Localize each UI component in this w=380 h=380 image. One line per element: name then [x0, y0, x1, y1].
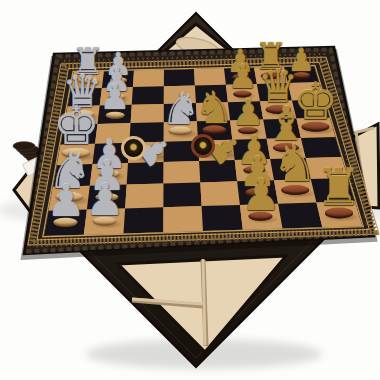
square-e7	[195, 85, 228, 103]
square-b5	[95, 123, 131, 144]
square-e2	[200, 181, 240, 206]
square-g5	[263, 119, 301, 139]
square-e1	[202, 205, 243, 231]
square-a4	[57, 144, 95, 166]
square-b1	[84, 208, 125, 234]
square-a6	[64, 106, 99, 125]
square-g7	[257, 83, 292, 101]
square-h1	[316, 201, 362, 227]
square-d6	[164, 103, 197, 122]
tray-divider	[203, 259, 205, 345]
square-d4	[164, 141, 200, 162]
square-h5	[296, 118, 335, 138]
square-e5	[197, 120, 232, 140]
square-c7	[132, 86, 164, 104]
square-e6	[196, 102, 230, 121]
square-f5	[230, 120, 267, 140]
square-g8	[254, 67, 288, 84]
square-f1	[240, 204, 283, 230]
square-b4	[93, 143, 130, 164]
square-f2	[237, 180, 278, 205]
chess-set-photo: ♜♟♟♜♟♟♟♛♟♛♞♞♟♚♚♟♟♝♟♟♞♟♟♞♟♟♟♜	[0, 0, 380, 380]
square-e4	[198, 140, 235, 161]
square-d3	[164, 161, 201, 184]
square-a5	[61, 124, 98, 145]
square-f3	[235, 159, 274, 181]
square-h7	[288, 82, 324, 100]
square-e3	[199, 160, 237, 182]
square-h3	[306, 157, 348, 179]
square-a1	[44, 210, 87, 236]
square-g1	[278, 203, 322, 229]
square-g6	[260, 101, 296, 120]
square-e8	[194, 68, 226, 85]
square-c8	[133, 70, 164, 87]
square-d1	[163, 206, 203, 232]
square-d2	[163, 182, 201, 207]
square-d7	[164, 86, 196, 104]
square-c3	[127, 162, 164, 185]
checker-disc	[13, 142, 35, 150]
square-g2	[274, 179, 316, 204]
square-c4	[128, 142, 164, 163]
square-b6	[98, 105, 132, 124]
square-a3	[53, 164, 93, 187]
square-g3	[270, 158, 311, 180]
square-a2	[49, 186, 90, 211]
square-b3	[90, 163, 128, 186]
square-d5	[164, 121, 198, 141]
square-f6	[228, 101, 263, 120]
square-b2	[87, 185, 127, 210]
square-g4	[267, 138, 306, 159]
square-c1	[124, 207, 164, 233]
square-h2	[311, 178, 355, 203]
square-f4	[232, 139, 270, 160]
scene-graphics	[0, 0, 380, 380]
square-f8	[224, 68, 257, 85]
square-a8	[71, 71, 104, 88]
square-b7	[100, 87, 133, 106]
square-h6	[292, 100, 330, 119]
square-h4	[301, 137, 341, 158]
square-b8	[102, 71, 134, 88]
square-a7	[68, 88, 102, 107]
square-c6	[131, 104, 164, 123]
square-c2	[125, 184, 163, 209]
square-f7	[226, 84, 260, 102]
square-c5	[129, 122, 164, 143]
square-h8	[284, 66, 319, 83]
square-d8	[164, 69, 195, 86]
